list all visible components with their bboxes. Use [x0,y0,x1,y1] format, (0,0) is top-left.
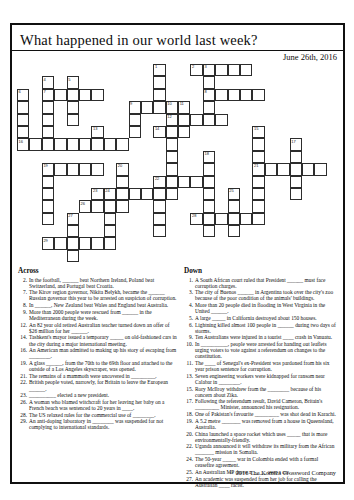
clue-number: 29. [18,418,27,430]
down-clue-list: 1.A South African court ruled that Presi… [184,277,338,488]
grid-cell-9-8[interactable] [116,176,128,188]
clue-text: The Kirov region governor, Nikita Belykh… [29,289,178,301]
grid-cell-9-14[interactable] [190,176,202,188]
grid-cell-6-12[interactable] [166,138,178,150]
cell-number-9: 9 [130,102,132,106]
clue-across-21: 21.The remains of a mammoth were uncover… [18,373,178,379]
clue-number: 6. [184,322,193,334]
grid-cell-2-6[interactable] [91,89,103,101]
clue-number: 13. [184,373,193,385]
grid-cell-0-18[interactable] [240,64,252,76]
clue-across-12: 12.An 82 year old retired Australian tea… [18,322,178,334]
clue-text: More than 2000 people were rescued from … [29,309,178,321]
grid-cell-3-10[interactable] [141,101,153,113]
cell-number-13: 13 [93,127,97,131]
clue-across-26: 26.A woman who blamed witchcraft for her… [18,399,178,411]
grid-cell-3-4[interactable] [67,101,79,113]
clue-text: A large _____ in California destroyed ab… [195,315,338,321]
grid-cell-7-19[interactable] [252,151,264,163]
grid-cell-10-6[interactable]: 23 [91,188,103,200]
grid-cell-13-7[interactable] [104,225,116,237]
grid-cell-11-5[interactable]: 26 [79,200,91,212]
grid-cell-2-11[interactable] [153,89,165,101]
clue-across-19: 19.A glass ______, from the 70th to the … [18,360,178,372]
grid-cell-5-6[interactable]: 13 [91,126,103,138]
clue-number: 18. [184,411,193,417]
grid-cell-3-0[interactable] [17,101,29,113]
clue-text: The city of Buenos ______ in Argentina t… [195,289,338,301]
grid-cell-3-12[interactable]: 10 [166,101,178,113]
grid-cell-0-15[interactable]: 3 [203,64,215,76]
clue-down-19: 19.A 5.2 metre _______ was removed from … [184,418,338,430]
grid-cell-0-11[interactable]: 1 [153,64,165,76]
grid-cell-6-3[interactable] [54,138,66,150]
grid-cell-12-19[interactable] [252,213,264,225]
page-border-frame: What happened in our world last week? Ju… [10,23,345,484]
cell-number-21: 21 [254,164,258,168]
clue-down-5: 5.A large _____ in California destroyed … [184,315,338,321]
clue-across-2: 2.In the football, ______ beat Northern … [18,277,178,289]
clue-text: A glass ______, from the 70th to the 69t… [29,360,178,372]
grid-cell-0-14[interactable]: 2 [190,64,202,76]
clue-down-15: 15.Rory McIlroy withdrew from the ______… [184,386,338,398]
crossword-grid[interactable]: 1234567891011121314151617181920212223242… [17,64,327,262]
grid-cell-9-13[interactable] [178,176,190,188]
clue-across-23: 23.__________ elected a new president. [18,392,178,398]
grid-cell-4-14[interactable] [190,114,202,126]
clue-text: More than 20 people died in flooding in … [195,302,338,314]
grid-cell-1-11[interactable] [153,76,165,88]
grid-cell-2-0[interactable]: 6 [17,89,29,101]
grid-cell-6-6[interactable] [91,138,103,150]
clue-text: An American man admitted to making up hi… [29,347,178,359]
clue-across-22: 22.British people voted, narrowly, for B… [18,379,178,391]
grid-cell-7-12[interactable] [166,151,178,163]
clue-text: A 5.2 metre _______ was removed from a h… [195,418,338,430]
grid-cell-5-0[interactable] [17,126,29,138]
clue-down-10: 10.In __________, people were arrested f… [184,341,338,359]
cell-number-28: 28 [192,214,196,218]
clue-number: 28. [18,412,27,418]
grid-cell-9-11[interactable]: 22 [153,176,165,188]
grid-cell-10-8[interactable] [116,188,128,200]
grid-cell-3-2[interactable] [42,101,54,113]
clue-number: 9. [18,309,27,321]
clue-down-6: 6.Lightning killed almost 100 people in … [184,322,338,334]
grid-cell-8-21[interactable] [277,163,289,175]
grid-cell-5-13[interactable] [178,126,190,138]
clue-number: 17. [184,398,193,410]
clue-text: An 82 year old retired Australian teache… [29,322,178,334]
grid-cell-15-4[interactable] [67,250,79,262]
clue-number: 22. [18,379,27,391]
grid-cell-5-19[interactable]: 15 [252,126,264,138]
grid-cell-5-9[interactable] [129,126,141,138]
cell-number-29: 29 [43,239,47,243]
clue-number: 9. [184,334,193,340]
copyright-footer: © 2016 The Komiža Crossword Company [229,469,336,476]
grid-cell-9-12[interactable] [166,176,178,188]
cell-number-16: 16 [19,140,23,144]
grid-cell-11-6[interactable] [91,200,103,212]
clue-text: Uganda announced it will withdraw its mi… [195,443,338,455]
grid-cell-10-7[interactable]: 24 [104,188,116,200]
clue-number: 25. [184,469,193,475]
cell-number-17: 17 [291,140,295,144]
clue-across-29: 29.An anti-doping laboratory in ________… [18,418,178,430]
grid-cell-10-9[interactable] [129,188,141,200]
clue-text: Tashkent's mayor issued a temporary ____… [29,334,178,346]
clue-text: In the football, ______ beat Northern Ir… [29,277,178,289]
clue-number: 19. [184,418,193,430]
clue-across-7: 7.The Kirov region governor, Nikita Bely… [18,289,178,301]
grid-cell-10-15[interactable] [203,188,215,200]
grid-cell-5-2[interactable] [42,126,54,138]
clue-down-4: 4.More than 20 people died in flooding i… [184,302,338,314]
grid-cell-8-12[interactable] [166,163,178,175]
clue-text: One of Pakistan's favourite _________ wa… [195,411,338,417]
grid-cell-8-20[interactable] [265,163,277,175]
grid-cell-9-19[interactable] [252,176,264,188]
grid-cell-8-22[interactable] [290,163,302,175]
grid-cell-6-5[interactable] [79,138,91,150]
grid-cell-9-22[interactable] [290,176,302,188]
grid-cell-12-17[interactable] [228,213,240,225]
grid-cell-1-4[interactable]: 5 [67,76,79,88]
clue-down-22: 22.Uganda announced it will withdraw its… [184,443,338,455]
cell-number-2: 2 [192,65,194,69]
clue-text: British people voted, narrowly, for Brit… [29,379,178,391]
grid-cell-8-24[interactable] [314,163,326,175]
grid-cell-2-3[interactable] [54,89,66,101]
grid-cell-13-15[interactable] [203,225,215,237]
grid-cell-12-15[interactable] [203,213,215,225]
cell-number-22: 22 [155,177,159,181]
clue-text: The remains of a mammoth were uncovered … [29,373,178,379]
grid-cell-3-9[interactable]: 9 [129,101,141,113]
grid-cell-9-2[interactable] [42,176,54,188]
clue-number: 21. [18,373,27,379]
grid-cell-10-11[interactable] [153,188,165,200]
grid-cell-6-22[interactable]: 17 [290,138,302,150]
cell-number-27: 27 [68,214,72,218]
clue-down-13: 13.Seven engineering workers were kidnap… [184,373,338,385]
clue-text: A South African court ruled that Preside… [195,277,338,289]
grid-cell-2-16[interactable] [215,89,227,101]
grid-cell-2-2[interactable]: 7 [42,89,54,101]
clue-number: 16. [18,347,27,359]
grid-cell-6-8[interactable] [116,138,128,150]
page-title: What happened in our world last week? [20,32,258,49]
grid-cell-6-7[interactable] [104,138,116,150]
grid-cell-2-19[interactable] [252,89,264,101]
grid-cell-14-5[interactable] [79,237,91,249]
cell-number-1: 1 [155,65,157,69]
clue-down-17: 17.Following the referendum result, Davi… [184,398,338,410]
clue-text: Following the referendum result, David C… [195,398,338,410]
cell-number-23: 23 [93,189,97,193]
grid-cell-4-0[interactable] [17,114,29,126]
grid-cell-10-22[interactable] [290,188,302,200]
cell-number-5: 5 [68,78,70,82]
clue-number: 2. [18,277,27,289]
clue-number: 1. [184,277,193,289]
grid-cell-6-2[interactable] [42,138,54,150]
grid-cell-12-16[interactable] [215,213,227,225]
cell-number-26: 26 [81,202,85,206]
clue-text: __________ elected a new president. [29,392,178,398]
grid-cell-9-15[interactable] [203,176,215,188]
grid-cell-2-18[interactable] [240,89,252,101]
clue-number: 7. [18,289,27,301]
clue-number: 24. [184,456,193,468]
grid-cell-4-12[interactable]: 12 [166,114,178,126]
grid-cell-8-8[interactable]: 20 [116,163,128,175]
grid-cell-14-4[interactable] [67,237,79,249]
grid-cell-6-0[interactable]: 16 [17,138,29,150]
grid-cell-13-11[interactable] [153,225,165,237]
clue-across-16: 16.An American man admitted to making up… [18,347,178,359]
cell-number-14: 14 [155,127,159,131]
grid-cell-10-10[interactable] [141,188,153,200]
grid-cell-10-17[interactable]: 25 [228,188,240,200]
grid-cell-6-4[interactable] [67,138,79,150]
clue-text: Rory McIlroy withdrew from the ________ … [195,386,338,398]
cell-number-10: 10 [167,102,171,106]
grid-cell-8-4[interactable] [67,163,79,175]
grid-cell-11-7[interactable] [104,200,116,212]
clue-down-24: 24.The 50-year _____ war in Colombia end… [184,456,338,468]
grid-cell-0-17[interactable] [228,64,240,76]
clue-number: 20. [184,431,193,443]
clue-down-9: 9.Ten Australians were injured in a tour… [184,334,338,340]
clue-number: 27. [184,476,193,488]
grid-cell-12-18[interactable] [240,213,252,225]
grid-cell-4-16[interactable] [215,114,227,126]
grid-cell-7-15[interactable]: 18 [203,151,215,163]
cell-number-19: 19 [43,164,47,168]
grid-cell-3-13[interactable]: 11 [178,101,190,113]
grid-cell-11-11[interactable] [153,200,165,212]
clue-number: 23. [18,392,27,398]
grid-cell-2-5[interactable] [79,89,91,101]
grid-cell-1-2[interactable]: 4 [42,76,54,88]
clue-number: 4. [184,302,193,314]
grid-cell-5-11[interactable]: 14 [153,126,165,138]
cell-number-11: 11 [180,102,184,106]
grid-cell-6-19[interactable] [252,138,264,150]
clue-text: Seven engineering workers were kidnapped… [195,373,338,385]
grid-cell-4-2[interactable] [42,114,54,126]
grid-cell-12-4[interactable]: 27 [67,213,79,225]
clue-number: 19. [18,360,27,372]
clue-number: 22. [184,443,193,455]
across-clues-section: Across 2.In the football, ______ beat No… [18,268,178,431]
grid-cell-8-19[interactable]: 21 [252,163,264,175]
clue-number: 12. [18,322,27,334]
grid-cell-0-16[interactable] [215,64,227,76]
grid-cell-11-15[interactable] [203,200,215,212]
cell-number-4: 4 [43,78,45,82]
clue-number: 10. [184,341,193,359]
clue-number: 5. [184,315,193,321]
grid-cell-4-13[interactable] [178,114,190,126]
grid-cell-8-5[interactable] [79,163,91,175]
clue-across-9: 9.More than 2000 people were rescued fro… [18,309,178,321]
cell-number-8: 8 [204,90,206,94]
grid-cell-2-15[interactable]: 8 [203,89,215,101]
grid-cell-2-17[interactable] [228,89,240,101]
puzzle-date: June 26th, 2016 [283,52,337,62]
cell-number-18: 18 [204,152,208,156]
clue-number: 26. [18,399,27,411]
grid-cell-14-2[interactable]: 29 [42,237,54,249]
clue-across-8: 8.In ______, New Zealand beat Wales and … [18,302,178,308]
clue-text: The 50-year _____ war in Colombia ended … [195,456,338,468]
clue-down-1: 1.A South African court ruled that Presi… [184,277,338,289]
grid-cell-12-7[interactable] [104,213,116,225]
grid-cell-8-6[interactable] [91,163,103,175]
grid-cell-12-2[interactable] [42,213,54,225]
grid-cell-11-19[interactable] [252,200,264,212]
clue-down-27: 27.An academic was suspended from her jo… [184,476,338,488]
clue-text: The ____ of Senegal's ex-President was p… [195,360,338,372]
down-clues-section: Down 1.A South African court ruled that … [184,268,338,488]
clue-text: In ______, New Zealand beat Wales and En… [29,302,178,308]
clue-text: The US relaxed rules for the commercial … [29,412,178,418]
grid-cell-14-7[interactable] [104,237,116,249]
clue-down-11: 11.The ____ of Senegal's ex-President wa… [184,360,338,372]
grid-cell-3-15[interactable] [203,101,215,113]
grid-cell-6-1[interactable] [29,138,41,150]
grid-cell-8-2[interactable]: 19 [42,163,54,175]
cell-number-24: 24 [105,189,109,193]
grid-cell-12-14[interactable]: 28 [190,213,202,225]
grid-cell-4-4[interactable] [67,114,79,126]
cell-number-3: 3 [204,65,206,69]
clue-number: 15. [184,386,193,398]
clue-number: 8. [18,302,27,308]
grid-cell-10-2[interactable] [42,188,54,200]
clue-across-14: 14.Tashkent's mayor issued a temporary _… [18,334,178,346]
grid-cell-5-12[interactable] [166,126,178,138]
clue-text: Ten Australians were injured in a touris… [195,334,338,340]
grid-cell-8-23[interactable] [302,163,314,175]
title-divider [12,50,343,51]
grid-cell-2-4[interactable] [67,89,79,101]
grid-cell-12-11[interactable] [153,213,165,225]
grid-cell-14-6[interactable] [91,237,103,249]
grid-cell-4-9[interactable] [129,114,141,126]
clue-text: An academic was suspended from her job f… [195,476,338,488]
grid-cell-8-3[interactable] [54,163,66,175]
cell-number-20: 20 [118,164,122,168]
across-clue-list: 2.In the football, ______ beat Northern … [18,277,178,431]
clue-number: 14. [18,334,27,346]
grid-cell-8-15[interactable] [203,163,215,175]
grid-cell-1-15[interactable] [203,76,215,88]
grid-cell-13-4[interactable] [67,225,79,237]
clue-down-20: 20.China launched a space rocket which u… [184,431,338,443]
grid-cell-11-17[interactable] [228,200,240,212]
clue-text: In __________, people were arrested for … [195,341,338,359]
clue-text: A woman who blamed witchcraft for her le… [29,399,178,411]
grid-cell-3-11[interactable] [153,101,165,113]
clue-down-18: 18.One of Pakistan's favourite _________… [184,411,338,417]
across-header: Across [18,268,178,274]
clue-number: 3. [184,289,193,301]
clue-number: 11. [184,360,193,372]
clue-text: China launched a space rocket which uses… [195,431,338,443]
cell-number-12: 12 [167,115,171,119]
grid-cell-10-12[interactable] [166,188,178,200]
grid-cell-7-22[interactable] [290,151,302,163]
grid-cell-10-19[interactable] [252,188,264,200]
cell-number-25: 25 [229,189,233,193]
clue-across-28: 28.The US relaxed rules for the commerci… [18,412,178,418]
grid-cell-13-17[interactable] [228,225,240,237]
grid-cell-11-8[interactable] [116,200,128,212]
grid-cell-14-3[interactable] [54,237,66,249]
cell-number-6: 6 [19,90,21,94]
clue-text: An anti-doping laboratory in ________ wa… [29,418,178,430]
crossword-page: What happened in our world last week? Ju… [0,0,354,500]
cell-number-7: 7 [43,90,45,94]
grid-cell-4-15[interactable] [203,114,215,126]
clue-down-3: 3.The city of Buenos ______ in Argentina… [184,289,338,301]
cell-number-15: 15 [254,127,258,131]
grid-cell-11-2[interactable] [42,200,54,212]
down-header: Down [184,268,338,274]
clue-text: Lightning killed almost 100 people in __… [195,322,338,334]
